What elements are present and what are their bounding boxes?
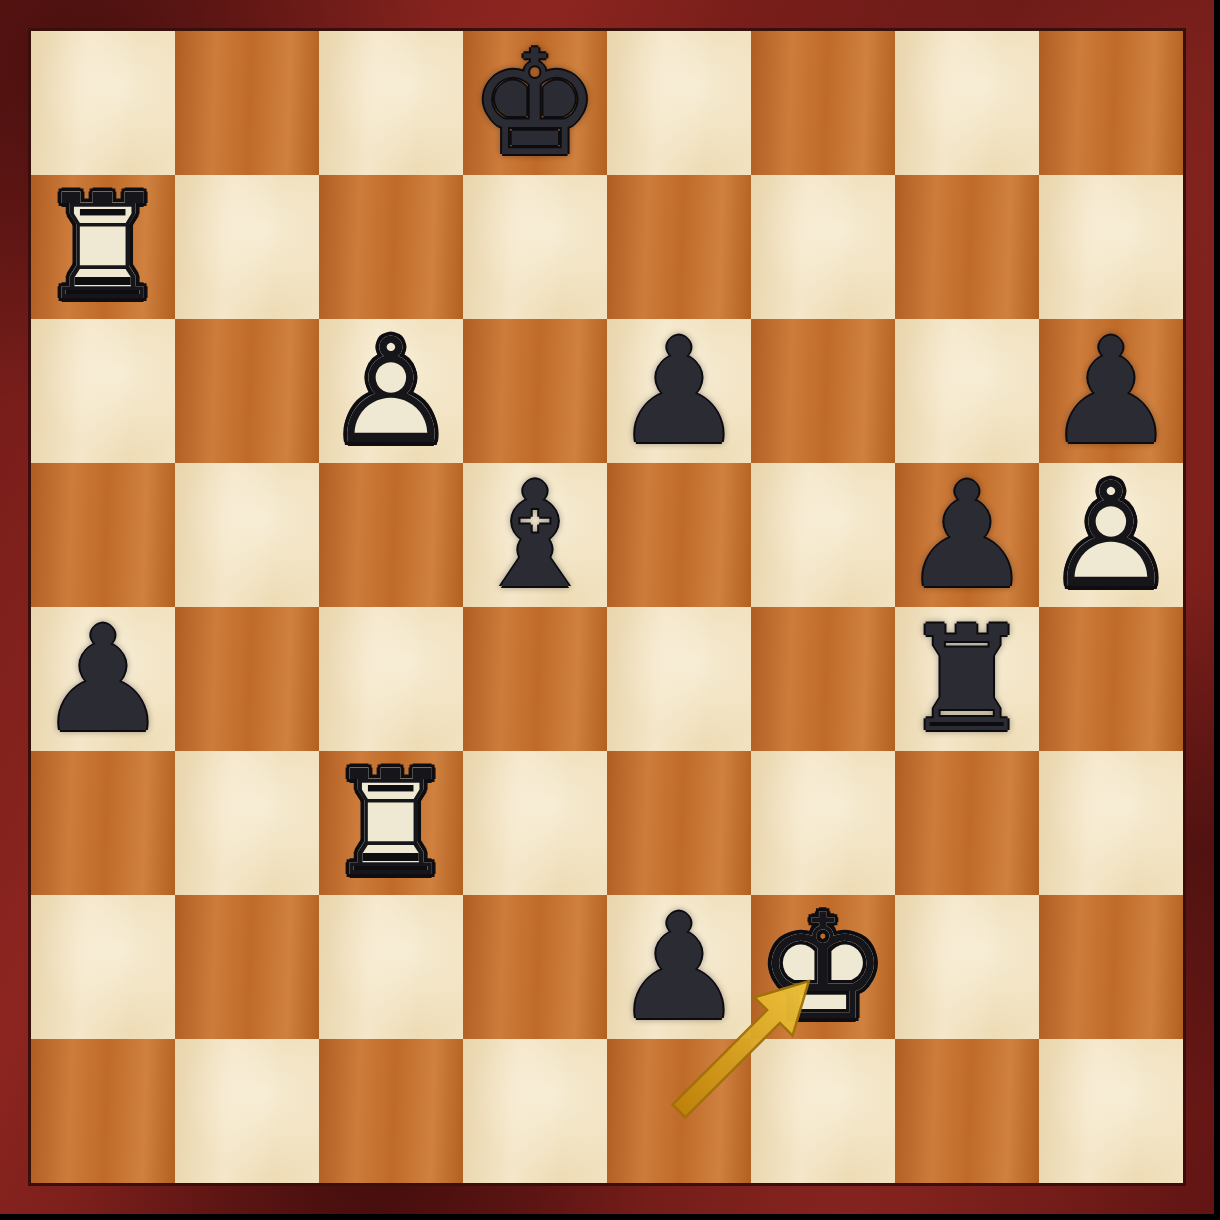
square-b4[interactable]	[175, 607, 319, 751]
square-g7[interactable]	[895, 175, 1039, 319]
square-a2[interactable]	[31, 895, 175, 1039]
square-g4[interactable]: ♜	[895, 607, 1039, 751]
square-g6[interactable]	[895, 319, 1039, 463]
piece-black-pawn[interactable]: ♟	[31, 607, 175, 751]
piece-white-king[interactable]: ♚♔	[751, 895, 895, 1039]
square-e6[interactable]: ♟	[607, 319, 751, 463]
square-d1[interactable]	[463, 1039, 607, 1183]
square-d4[interactable]	[463, 607, 607, 751]
piece-white-rook[interactable]: ♜♖	[319, 751, 463, 895]
square-e8[interactable]	[607, 31, 751, 175]
square-d6[interactable]	[463, 319, 607, 463]
black-pawn-icon: ♟	[614, 895, 745, 1039]
square-b1[interactable]	[175, 1039, 319, 1183]
square-g5[interactable]: ♟	[895, 463, 1039, 607]
square-a5[interactable]	[31, 463, 175, 607]
square-h6[interactable]: ♟	[1039, 319, 1183, 463]
black-pawn-icon: ♟	[614, 319, 745, 463]
square-c2[interactable]	[319, 895, 463, 1039]
square-h5[interactable]: ♟♙	[1039, 463, 1183, 607]
square-d2[interactable]	[463, 895, 607, 1039]
black-pawn-icon: ♟	[1046, 319, 1177, 463]
piece-black-pawn[interactable]: ♟	[1039, 319, 1183, 463]
square-d7[interactable]	[463, 175, 607, 319]
square-e4[interactable]	[607, 607, 751, 751]
piece-white-pawn[interactable]: ♟♙	[319, 319, 463, 463]
piece-black-rook[interactable]: ♜	[895, 607, 1039, 751]
square-d5[interactable]: ♝	[463, 463, 607, 607]
square-a6[interactable]	[31, 319, 175, 463]
square-d3[interactable]	[463, 751, 607, 895]
square-c6[interactable]: ♟♙	[319, 319, 463, 463]
square-e5[interactable]	[607, 463, 751, 607]
square-h7[interactable]	[1039, 175, 1183, 319]
square-h4[interactable]	[1039, 607, 1183, 751]
square-f7[interactable]	[751, 175, 895, 319]
square-f3[interactable]	[751, 751, 895, 895]
square-g8[interactable]	[895, 31, 1039, 175]
square-f8[interactable]	[751, 31, 895, 175]
black-rook-icon: ♜	[902, 607, 1033, 751]
square-e1[interactable]	[607, 1039, 751, 1183]
square-h2[interactable]	[1039, 895, 1183, 1039]
square-e7[interactable]	[607, 175, 751, 319]
white-rook-detail-icon: ♖	[326, 751, 457, 895]
piece-black-bishop[interactable]: ♝	[463, 463, 607, 607]
black-pawn-icon: ♟	[902, 463, 1033, 607]
black-pawn-icon: ♟	[38, 607, 169, 751]
square-f6[interactable]	[751, 319, 895, 463]
board-frame: ♚♜♖♟♙♟♟♝♟♟♙♟♜♜♖♟♚♔	[0, 0, 1214, 1214]
square-c8[interactable]	[319, 31, 463, 175]
square-g1[interactable]	[895, 1039, 1039, 1183]
black-bishop-icon: ♝	[470, 463, 601, 607]
piece-white-rook[interactable]: ♜♖	[31, 175, 175, 319]
square-a4[interactable]: ♟	[31, 607, 175, 751]
square-f1[interactable]	[751, 1039, 895, 1183]
square-b2[interactable]	[175, 895, 319, 1039]
square-b6[interactable]	[175, 319, 319, 463]
white-pawn-detail-icon: ♙	[326, 319, 457, 463]
square-h8[interactable]	[1039, 31, 1183, 175]
black-king-icon: ♚	[470, 31, 601, 175]
piece-white-pawn[interactable]: ♟♙	[1039, 463, 1183, 607]
square-c4[interactable]	[319, 607, 463, 751]
square-h1[interactable]	[1039, 1039, 1183, 1183]
square-e2[interactable]: ♟	[607, 895, 751, 1039]
square-b7[interactable]	[175, 175, 319, 319]
piece-black-king[interactable]: ♚	[463, 31, 607, 175]
square-b5[interactable]	[175, 463, 319, 607]
square-g2[interactable]	[895, 895, 1039, 1039]
square-a3[interactable]	[31, 751, 175, 895]
square-c7[interactable]	[319, 175, 463, 319]
square-d8[interactable]: ♚	[463, 31, 607, 175]
white-pawn-detail-icon: ♙	[1046, 463, 1177, 607]
square-f2[interactable]: ♚♔	[751, 895, 895, 1039]
piece-black-pawn[interactable]: ♟	[607, 895, 751, 1039]
square-g3[interactable]	[895, 751, 1039, 895]
square-b3[interactable]	[175, 751, 319, 895]
square-e3[interactable]	[607, 751, 751, 895]
square-h3[interactable]	[1039, 751, 1183, 895]
square-f4[interactable]	[751, 607, 895, 751]
square-b8[interactable]	[175, 31, 319, 175]
square-a1[interactable]	[31, 1039, 175, 1183]
square-a7[interactable]: ♜♖	[31, 175, 175, 319]
board: ♚♜♖♟♙♟♟♝♟♟♙♟♜♜♖♟♚♔	[28, 28, 1186, 1186]
piece-black-pawn[interactable]: ♟	[895, 463, 1039, 607]
square-c3[interactable]: ♜♖	[319, 751, 463, 895]
square-a8[interactable]	[31, 31, 175, 175]
piece-black-pawn[interactable]: ♟	[607, 319, 751, 463]
square-c5[interactable]	[319, 463, 463, 607]
square-f5[interactable]	[751, 463, 895, 607]
white-king-detail-icon: ♔	[758, 895, 889, 1039]
white-rook-detail-icon: ♖	[38, 175, 169, 319]
square-c1[interactable]	[319, 1039, 463, 1183]
